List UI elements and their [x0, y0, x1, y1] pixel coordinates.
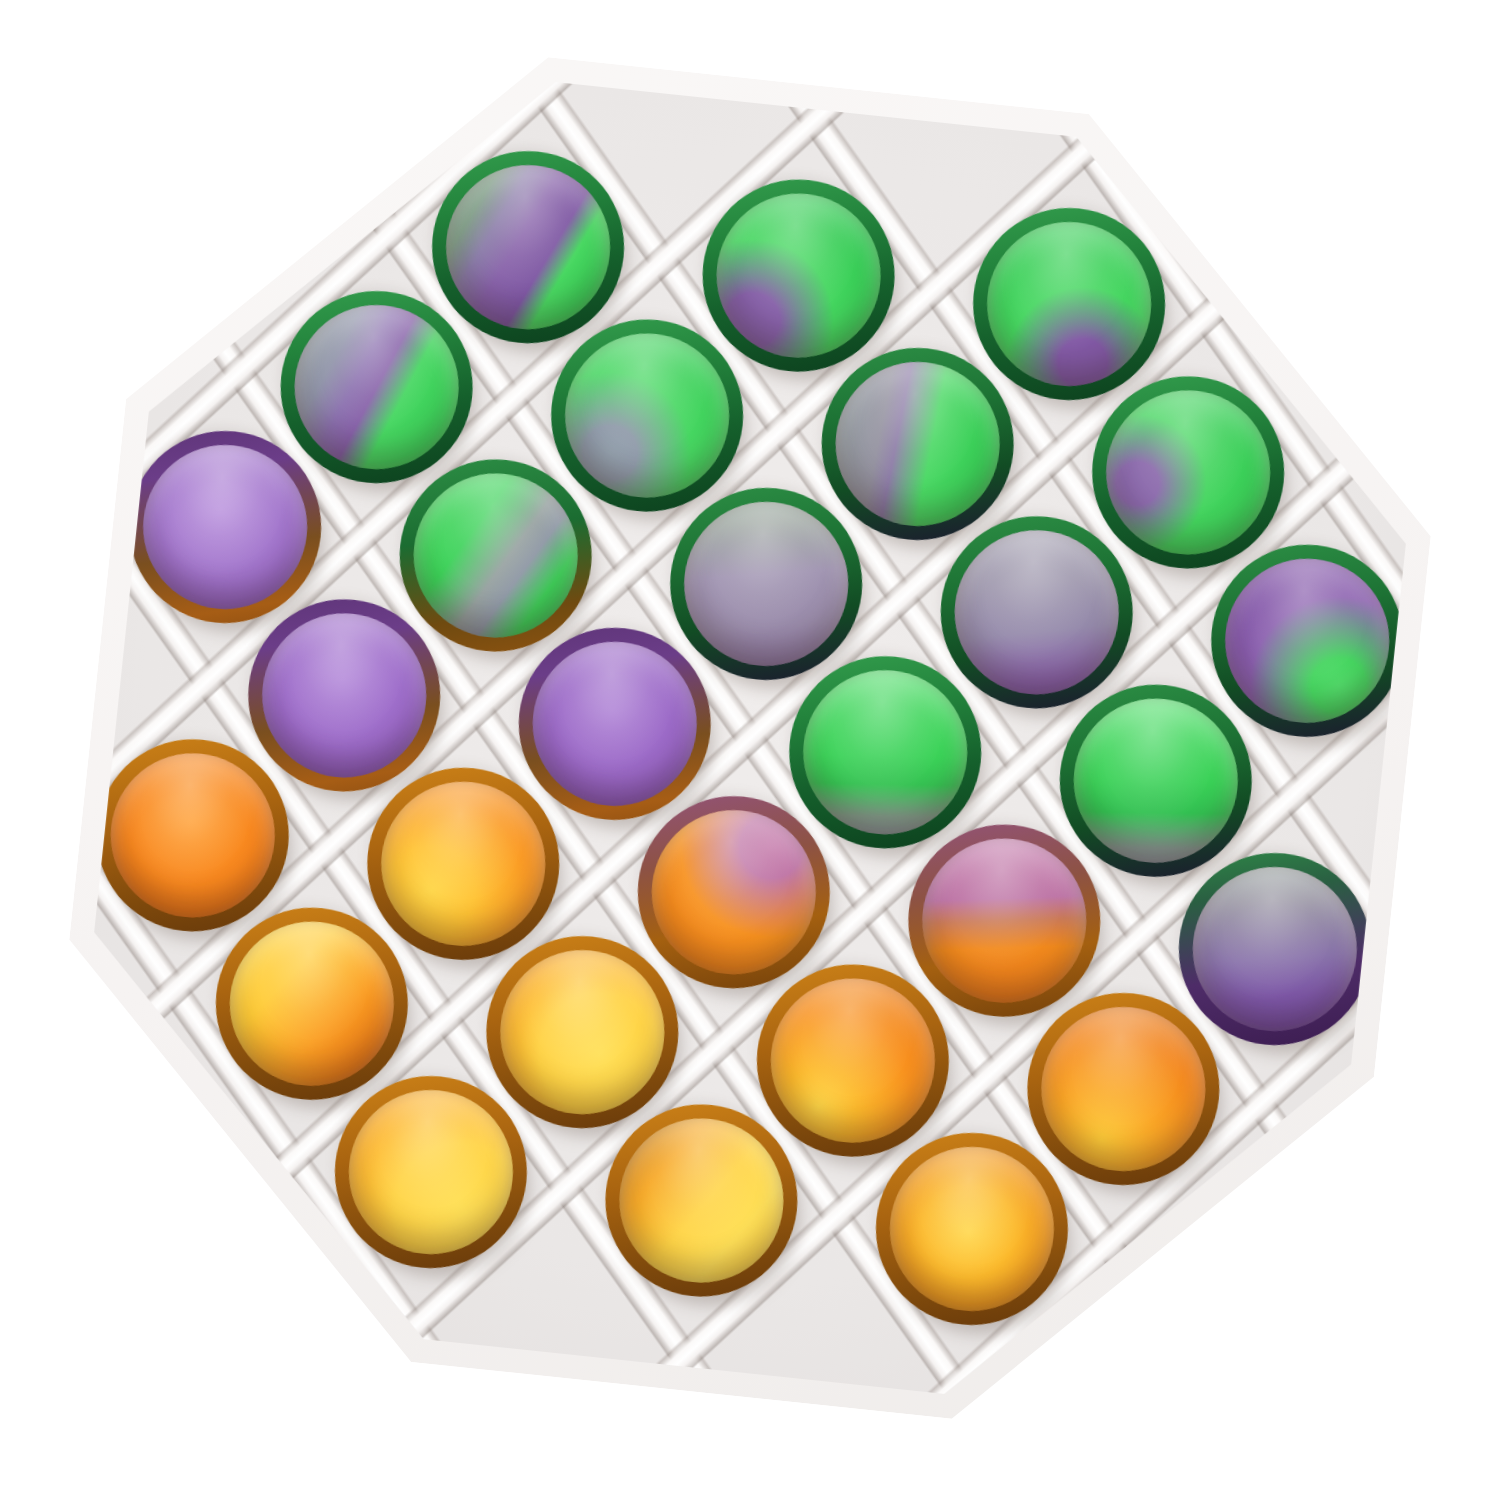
bubble-dome-r2c4 [1098, 382, 1278, 562]
bubble-dome-r1c2 [708, 185, 888, 365]
bubble-r2c2[interactable] [542, 310, 753, 521]
bubble-r3c3[interactable] [661, 478, 872, 689]
bubble-dome-r3c5 [1217, 551, 1397, 731]
bubble-r4c1[interactable] [239, 590, 450, 801]
bubble-r1c3[interactable] [964, 198, 1175, 409]
bubble-r3c5[interactable] [1202, 535, 1413, 746]
bubble-dome-r4c3 [795, 662, 975, 842]
bubble-dome-r3c3 [676, 494, 856, 674]
bubble-dome-r1c1 [438, 157, 618, 337]
bubble-r2c4[interactable] [1083, 367, 1294, 578]
bubble-r5c2[interactable] [358, 758, 569, 969]
bubble-dome-r2c3 [828, 354, 1008, 534]
bubble-r5c1[interactable] [87, 730, 298, 941]
bubble-dome-r4c1 [254, 605, 434, 785]
bubble-r7c1[interactable] [325, 1067, 536, 1278]
bubble-r6c3[interactable] [747, 955, 958, 1166]
bubble-dome-r6c2 [492, 942, 672, 1122]
bubble-dome-r6c4 [1033, 999, 1213, 1179]
bubble-dome-r1c3 [979, 214, 1159, 394]
bubble-r3c4[interactable] [931, 507, 1142, 718]
bubble-r1c1[interactable] [423, 142, 634, 353]
bubble-dome-r2c1 [287, 297, 467, 477]
bubble-dome-r5c5 [1185, 859, 1365, 1039]
bubble-dome-r7c3 [882, 1139, 1062, 1319]
bubble-r4c2[interactable] [509, 618, 720, 829]
bubble-r2c3[interactable] [812, 338, 1023, 549]
bubble-dome-r7c2 [611, 1110, 791, 1290]
bubble-r1c2[interactable] [693, 170, 904, 381]
bubble-r7c2[interactable] [596, 1095, 807, 1306]
bubble-r3c1[interactable] [120, 421, 331, 632]
bubble-dome-r6c1 [222, 914, 402, 1094]
bubble-r5c4[interactable] [899, 815, 1110, 1026]
bubble-dome-r4c2 [525, 634, 705, 814]
toy-face [0, 0, 1500, 1490]
bubble-r6c4[interactable] [1018, 983, 1229, 1194]
bubble-dome-r7c1 [341, 1082, 521, 1262]
bubble-r2c1[interactable] [271, 282, 482, 493]
bubble-r6c2[interactable] [477, 927, 688, 1138]
bubble-dome-r2c2 [557, 325, 737, 505]
bubble-r5c3[interactable] [628, 787, 839, 998]
bubble-r5c5[interactable] [1169, 844, 1380, 1055]
bubble-r3c2[interactable] [390, 450, 601, 661]
pop-it-toy [0, 0, 1500, 1500]
bubble-r4c3[interactable] [780, 647, 991, 858]
bubble-dome-r6c3 [763, 970, 943, 1150]
bubble-dome-r5c3 [644, 802, 824, 982]
bubble-dome-r5c1 [103, 745, 283, 925]
bubble-r4c4[interactable] [1050, 675, 1261, 886]
bubble-dome-r4c4 [1066, 691, 1246, 871]
bubble-r6c1[interactable] [206, 898, 417, 1109]
bubble-dome-r3c4 [947, 522, 1127, 702]
bubble-dome-r3c1 [135, 437, 315, 617]
bubble-r7c3[interactable] [866, 1123, 1077, 1334]
photo-background [0, 0, 1500, 1500]
bubble-dome-r3c2 [406, 465, 586, 645]
bubble-dome-r5c2 [373, 774, 553, 954]
bubble-dome-r5c4 [914, 830, 1094, 1010]
